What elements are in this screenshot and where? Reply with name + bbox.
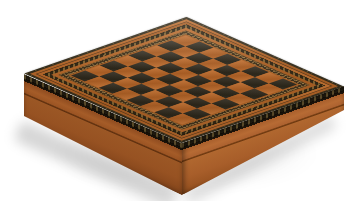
chessboard-product-photo: Empty leather chess board on matching le… bbox=[0, 0, 350, 201]
